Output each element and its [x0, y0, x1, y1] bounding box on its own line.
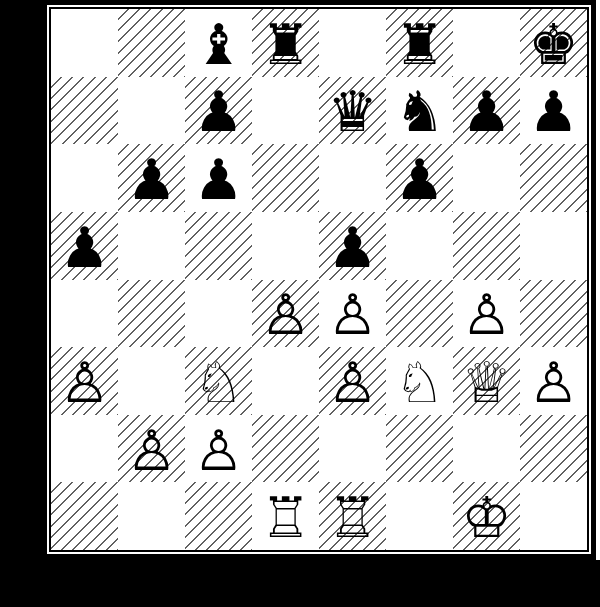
board-frame: ♝♜♜♚♟♛♞♟♟♟♟♟♟♟♙♙♙♙♘♙♘♕♙♙♙♖♖♔ — [49, 7, 589, 552]
square-e6[interactable] — [319, 144, 386, 212]
square-h3[interactable]: ♙ — [520, 347, 587, 415]
square-h2[interactable] — [520, 415, 587, 483]
black-king[interactable]: ♚ — [528, 17, 578, 73]
black-rook[interactable]: ♜ — [260, 17, 310, 73]
square-c4[interactable] — [185, 280, 252, 348]
white-king[interactable]: ♔ — [461, 490, 511, 546]
square-c7[interactable]: ♟ — [185, 77, 252, 145]
square-d7[interactable] — [252, 77, 319, 145]
square-e8[interactable] — [319, 9, 386, 77]
square-e1[interactable]: ♖ — [319, 482, 386, 550]
white-knight[interactable]: ♘ — [193, 355, 243, 411]
black-pawn[interactable]: ♟ — [461, 84, 511, 140]
square-e4[interactable]: ♙ — [319, 280, 386, 348]
square-a1[interactable] — [51, 482, 118, 550]
square-d6[interactable] — [252, 144, 319, 212]
white-pawn[interactable]: ♙ — [528, 355, 578, 411]
square-h6[interactable] — [520, 144, 587, 212]
white-knight[interactable]: ♘ — [394, 355, 444, 411]
square-h1[interactable] — [520, 482, 587, 550]
square-e7[interactable]: ♛ — [319, 77, 386, 145]
square-e5[interactable]: ♟ — [319, 212, 386, 280]
black-pawn[interactable]: ♟ — [528, 84, 578, 140]
square-h4[interactable] — [520, 280, 587, 348]
square-h8[interactable]: ♚ — [520, 9, 587, 77]
square-d1[interactable]: ♖ — [252, 482, 319, 550]
square-d8[interactable]: ♜ — [252, 9, 319, 77]
square-c5[interactable] — [185, 212, 252, 280]
square-a5[interactable]: ♟ — [51, 212, 118, 280]
black-pawn[interactable]: ♟ — [394, 152, 444, 208]
square-f2[interactable] — [386, 415, 453, 483]
white-pawn[interactable]: ♙ — [193, 423, 243, 479]
white-pawn[interactable]: ♙ — [461, 287, 511, 343]
square-g4[interactable]: ♙ — [453, 280, 520, 348]
square-a8[interactable] — [51, 9, 118, 77]
black-pawn[interactable]: ♟ — [193, 84, 243, 140]
square-d5[interactable] — [252, 212, 319, 280]
white-pawn[interactable]: ♙ — [327, 355, 377, 411]
page-background: ♝♜♜♚♟♛♞♟♟♟♟♟♟♟♙♙♙♙♘♙♘♕♙♙♙♖♖♔ — [0, 0, 600, 607]
square-c1[interactable] — [185, 482, 252, 550]
square-e2[interactable] — [319, 415, 386, 483]
square-h5[interactable] — [520, 212, 587, 280]
square-d2[interactable] — [252, 415, 319, 483]
black-rook[interactable]: ♜ — [394, 17, 444, 73]
square-b8[interactable] — [118, 9, 185, 77]
white-rook[interactable]: ♖ — [327, 490, 377, 546]
white-pawn[interactable]: ♙ — [59, 355, 109, 411]
white-pawn[interactable]: ♙ — [260, 287, 310, 343]
square-g6[interactable] — [453, 144, 520, 212]
black-pawn[interactable]: ♟ — [327, 220, 377, 276]
square-e3[interactable]: ♙ — [319, 347, 386, 415]
chess-board-panel: ♝♜♜♚♟♛♞♟♟♟♟♟♟♟♙♙♙♙♘♙♘♕♙♙♙♖♖♔ — [42, 0, 596, 559]
black-pawn[interactable]: ♟ — [59, 220, 109, 276]
square-f3[interactable]: ♘ — [386, 347, 453, 415]
square-c2[interactable]: ♙ — [185, 415, 252, 483]
black-queen[interactable]: ♛ — [327, 84, 377, 140]
square-f7[interactable]: ♞ — [386, 77, 453, 145]
page-edge-strip — [596, 0, 600, 560]
white-queen[interactable]: ♕ — [461, 355, 511, 411]
square-b4[interactable] — [118, 280, 185, 348]
square-a6[interactable] — [51, 144, 118, 212]
black-pawn[interactable]: ♟ — [126, 152, 176, 208]
square-a4[interactable] — [51, 280, 118, 348]
square-b5[interactable] — [118, 212, 185, 280]
square-a3[interactable]: ♙ — [51, 347, 118, 415]
square-g8[interactable] — [453, 9, 520, 77]
square-g3[interactable]: ♕ — [453, 347, 520, 415]
square-a7[interactable] — [51, 77, 118, 145]
square-b1[interactable] — [118, 482, 185, 550]
square-g7[interactable]: ♟ — [453, 77, 520, 145]
square-b7[interactable] — [118, 77, 185, 145]
square-b2[interactable]: ♙ — [118, 415, 185, 483]
square-f4[interactable] — [386, 280, 453, 348]
chess-board: ♝♜♜♚♟♛♞♟♟♟♟♟♟♟♙♙♙♙♘♙♘♕♙♙♙♖♖♔ — [51, 9, 587, 550]
square-c6[interactable]: ♟ — [185, 144, 252, 212]
black-pawn[interactable]: ♟ — [193, 152, 243, 208]
black-bishop[interactable]: ♝ — [193, 17, 243, 73]
square-b3[interactable] — [118, 347, 185, 415]
white-rook[interactable]: ♖ — [260, 490, 310, 546]
black-knight[interactable]: ♞ — [394, 84, 444, 140]
square-d3[interactable] — [252, 347, 319, 415]
square-d4[interactable]: ♙ — [252, 280, 319, 348]
square-c3[interactable]: ♘ — [185, 347, 252, 415]
square-c8[interactable]: ♝ — [185, 9, 252, 77]
square-g5[interactable] — [453, 212, 520, 280]
square-f5[interactable] — [386, 212, 453, 280]
square-g1[interactable]: ♔ — [453, 482, 520, 550]
square-a2[interactable] — [51, 415, 118, 483]
square-f8[interactable]: ♜ — [386, 9, 453, 77]
square-f1[interactable] — [386, 482, 453, 550]
square-f6[interactable]: ♟ — [386, 144, 453, 212]
square-g2[interactable] — [453, 415, 520, 483]
square-b6[interactable]: ♟ — [118, 144, 185, 212]
white-pawn[interactable]: ♙ — [327, 287, 377, 343]
square-h7[interactable]: ♟ — [520, 77, 587, 145]
white-pawn[interactable]: ♙ — [126, 423, 176, 479]
